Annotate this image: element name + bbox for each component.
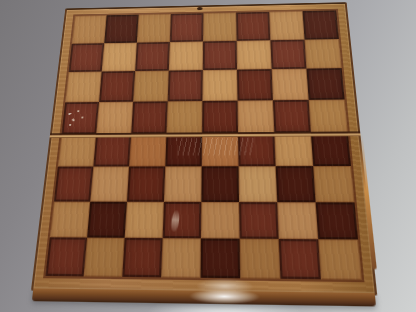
- board-square: [311, 132, 351, 166]
- board-square: [58, 134, 96, 167]
- board-square: [237, 69, 273, 100]
- board-square: [304, 39, 341, 69]
- board-square: [161, 239, 201, 278]
- board-square: [122, 238, 162, 277]
- board-square: [129, 133, 166, 166]
- board-square: [135, 42, 170, 72]
- board-square: [303, 10, 339, 39]
- board-square: [125, 202, 164, 239]
- board-square: [163, 202, 202, 239]
- board-square: [202, 70, 237, 101]
- photo-background: [0, 0, 416, 312]
- board-frame: [31, 2, 377, 295]
- board-square: [90, 167, 129, 202]
- board-square: [65, 72, 102, 103]
- board-square: [168, 70, 203, 101]
- board-square: [272, 69, 309, 100]
- board-square: [237, 40, 272, 70]
- board-square: [84, 238, 125, 277]
- board-square: [240, 239, 281, 279]
- board-square: [69, 43, 105, 72]
- board-square: [238, 132, 276, 166]
- board-grid: [43, 9, 364, 282]
- flash-reflection: [196, 278, 254, 295]
- board-square: [203, 13, 237, 42]
- board-square: [273, 100, 311, 133]
- board-square: [45, 238, 87, 277]
- board-square: [318, 240, 362, 280]
- board-square: [316, 202, 358, 240]
- board-square: [202, 133, 239, 167]
- board-square: [131, 101, 167, 133]
- board-square: [170, 13, 204, 41]
- board-square: [270, 39, 306, 69]
- board-square: [307, 68, 345, 99]
- board-square: [99, 71, 135, 102]
- board-square: [137, 14, 171, 42]
- board-square: [133, 71, 169, 102]
- board-square: [127, 167, 165, 202]
- board-square: [203, 41, 237, 71]
- board-square: [239, 202, 279, 240]
- board-square: [313, 166, 354, 202]
- board-square: [202, 100, 238, 132]
- board-square: [93, 133, 131, 166]
- board-square: [102, 42, 137, 71]
- board-square: [276, 166, 316, 202]
- board-square: [72, 15, 107, 43]
- board-square: [50, 201, 90, 238]
- board-square: [96, 102, 133, 134]
- board-square: [236, 12, 270, 41]
- board-square: [239, 166, 278, 202]
- board-square: [309, 99, 348, 132]
- board-square: [169, 41, 203, 71]
- board-square: [274, 132, 313, 166]
- board-square: [201, 166, 239, 201]
- board-square: [62, 102, 99, 134]
- board-square: [201, 202, 240, 239]
- board-square: [87, 201, 127, 238]
- board-square: [166, 101, 202, 133]
- board-square: [269, 11, 304, 40]
- frame-chip-mark: [197, 7, 202, 10]
- board-square: [238, 100, 275, 133]
- board-square: [165, 133, 202, 167]
- board-square: [279, 239, 321, 279]
- folding-chessboard: [29, 2, 379, 310]
- board-square: [164, 166, 202, 201]
- board-square: [277, 202, 318, 240]
- board-square: [104, 15, 138, 43]
- board-square: [54, 167, 93, 202]
- board-square: [200, 239, 240, 279]
